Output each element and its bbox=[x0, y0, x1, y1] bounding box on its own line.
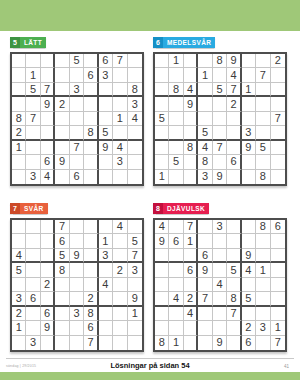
sudoku-cell[interactable] bbox=[26, 141, 40, 155]
sudoku-cell[interactable]: 1 bbox=[242, 83, 256, 97]
sudoku-cell[interactable] bbox=[184, 336, 198, 350]
sudoku-cell[interactable] bbox=[12, 336, 26, 350]
sudoku-cell[interactable] bbox=[84, 234, 98, 248]
sudoku-cell[interactable] bbox=[198, 321, 212, 335]
sudoku-cell[interactable]: 3 bbox=[99, 249, 113, 263]
sudoku-cell[interactable] bbox=[55, 54, 69, 68]
sudoku-cell[interactable] bbox=[128, 170, 142, 184]
sudoku-cell[interactable] bbox=[70, 278, 84, 292]
sudoku-cell[interactable] bbox=[155, 321, 169, 335]
sudoku-cell[interactable] bbox=[271, 170, 285, 184]
sudoku-cell[interactable]: 3 bbox=[26, 336, 40, 350]
sudoku-cell[interactable]: 4 bbox=[41, 170, 55, 184]
sudoku-cell[interactable]: 7 bbox=[184, 220, 198, 234]
sudoku-cell[interactable] bbox=[70, 112, 84, 126]
sudoku-cell[interactable] bbox=[198, 83, 212, 97]
sudoku-cell[interactable]: 4 bbox=[213, 278, 227, 292]
sudoku-cell[interactable]: 3 bbox=[70, 307, 84, 321]
sudoku-cell[interactable]: 7 bbox=[55, 220, 69, 234]
sudoku-cell[interactable] bbox=[242, 112, 256, 126]
sudoku-cell[interactable] bbox=[169, 220, 183, 234]
sudoku-cell[interactable]: 3 bbox=[70, 83, 84, 97]
sudoku-cell[interactable] bbox=[256, 112, 270, 126]
sudoku-cell[interactable] bbox=[227, 141, 241, 155]
sudoku-cell[interactable] bbox=[198, 336, 212, 350]
sudoku-cell[interactable] bbox=[155, 126, 169, 140]
sudoku-cell[interactable]: 4 bbox=[184, 83, 198, 97]
sudoku-cell[interactable] bbox=[99, 292, 113, 306]
sudoku-cell[interactable]: 2 bbox=[227, 97, 241, 111]
sudoku-cell[interactable]: 6 bbox=[198, 249, 212, 263]
sudoku-cell[interactable]: 5 bbox=[227, 263, 241, 277]
sudoku-cell[interactable] bbox=[84, 155, 98, 169]
sudoku-cell[interactable] bbox=[128, 68, 142, 82]
sudoku-cell[interactable] bbox=[213, 68, 227, 82]
sudoku-cell[interactable] bbox=[99, 97, 113, 111]
sudoku-cell[interactable] bbox=[213, 263, 227, 277]
sudoku-cell[interactable]: 6 bbox=[271, 220, 285, 234]
sudoku-cell[interactable]: 4 bbox=[12, 249, 26, 263]
sudoku-cell[interactable]: 2 bbox=[271, 54, 285, 68]
sudoku-cell[interactable] bbox=[12, 54, 26, 68]
sudoku-cell[interactable] bbox=[113, 292, 127, 306]
sudoku-cell[interactable] bbox=[155, 68, 169, 82]
sudoku-cell[interactable] bbox=[213, 307, 227, 321]
sudoku-cell[interactable]: 4 bbox=[242, 263, 256, 277]
sudoku-cell[interactable] bbox=[41, 54, 55, 68]
sudoku-cell[interactable]: 7 bbox=[256, 68, 270, 82]
sudoku-cell[interactable] bbox=[256, 292, 270, 306]
sudoku-cell[interactable]: 6 bbox=[84, 321, 98, 335]
sudoku-cell[interactable]: 6 bbox=[184, 263, 198, 277]
sudoku-cell[interactable]: 7 bbox=[198, 292, 212, 306]
sudoku-cell[interactable] bbox=[213, 155, 227, 169]
sudoku-cell[interactable]: 4 bbox=[99, 278, 113, 292]
sudoku-cell[interactable] bbox=[184, 155, 198, 169]
sudoku-cell[interactable]: 8 bbox=[256, 220, 270, 234]
sudoku-cell[interactable] bbox=[271, 126, 285, 140]
sudoku-cell[interactable]: 3 bbox=[128, 263, 142, 277]
sudoku-cell[interactable]: 7 bbox=[113, 54, 127, 68]
sudoku-cell[interactable] bbox=[227, 278, 241, 292]
sudoku-cell[interactable]: 9 bbox=[41, 321, 55, 335]
sudoku-cell[interactable] bbox=[99, 321, 113, 335]
sudoku-cell[interactable]: 3 bbox=[242, 126, 256, 140]
sudoku-cell[interactable] bbox=[256, 249, 270, 263]
sudoku-cell[interactable] bbox=[184, 249, 198, 263]
sudoku-cell[interactable] bbox=[198, 278, 212, 292]
sudoku-cell[interactable] bbox=[169, 126, 183, 140]
sudoku-cell[interactable] bbox=[99, 112, 113, 126]
sudoku-cell[interactable] bbox=[41, 234, 55, 248]
sudoku-cell[interactable] bbox=[169, 141, 183, 155]
sudoku-cell[interactable] bbox=[184, 68, 198, 82]
sudoku-cell[interactable]: 7 bbox=[227, 83, 241, 97]
sudoku-cell[interactable]: 5 bbox=[26, 83, 40, 97]
sudoku-cell[interactable] bbox=[128, 336, 142, 350]
sudoku-cell[interactable] bbox=[55, 292, 69, 306]
sudoku-cell[interactable] bbox=[113, 307, 127, 321]
sudoku-cell[interactable] bbox=[198, 234, 212, 248]
sudoku-cell[interactable]: 3 bbox=[26, 170, 40, 184]
sudoku-cell[interactable]: 6 bbox=[169, 234, 183, 248]
sudoku-cell[interactable] bbox=[84, 83, 98, 97]
sudoku-cell[interactable] bbox=[99, 307, 113, 321]
sudoku-cell[interactable] bbox=[84, 112, 98, 126]
sudoku-cell[interactable] bbox=[41, 141, 55, 155]
sudoku-cell[interactable] bbox=[242, 220, 256, 234]
sudoku-cell[interactable] bbox=[242, 97, 256, 111]
sudoku-cell[interactable] bbox=[256, 83, 270, 97]
sudoku-cell[interactable] bbox=[184, 112, 198, 126]
sudoku-cell[interactable] bbox=[70, 336, 84, 350]
sudoku-cell[interactable]: 2 bbox=[184, 292, 198, 306]
sudoku-cell[interactable] bbox=[55, 321, 69, 335]
sudoku-cell[interactable]: 8 bbox=[84, 126, 98, 140]
sudoku-cell[interactable]: 8 bbox=[184, 141, 198, 155]
sudoku-cell[interactable] bbox=[99, 155, 113, 169]
sudoku-cell[interactable]: 7 bbox=[70, 141, 84, 155]
sudoku-cell[interactable] bbox=[12, 83, 26, 97]
sudoku-cell[interactable]: 9 bbox=[55, 155, 69, 169]
sudoku-cell[interactable] bbox=[55, 68, 69, 82]
sudoku-cell[interactable] bbox=[242, 68, 256, 82]
sudoku-cell[interactable] bbox=[84, 278, 98, 292]
sudoku-cell[interactable] bbox=[99, 170, 113, 184]
sudoku-cell[interactable]: 9 bbox=[242, 141, 256, 155]
sudoku-cell[interactable] bbox=[12, 68, 26, 82]
sudoku-cell[interactable] bbox=[55, 126, 69, 140]
sudoku-cell[interactable] bbox=[113, 336, 127, 350]
sudoku-cell[interactable] bbox=[184, 278, 198, 292]
sudoku-cell[interactable] bbox=[256, 155, 270, 169]
sudoku-cell[interactable]: 9 bbox=[99, 141, 113, 155]
sudoku-cell[interactable]: 2 bbox=[113, 263, 127, 277]
sudoku-cell[interactable]: 9 bbox=[128, 292, 142, 306]
sudoku-cell[interactable] bbox=[84, 141, 98, 155]
sudoku-cell[interactable]: 3 bbox=[213, 220, 227, 234]
sudoku-cell[interactable]: 8 bbox=[155, 336, 169, 350]
sudoku-cell[interactable] bbox=[113, 126, 127, 140]
sudoku-cell[interactable] bbox=[113, 68, 127, 82]
sudoku-cell[interactable]: 1 bbox=[128, 307, 142, 321]
sudoku-cell[interactable] bbox=[184, 321, 198, 335]
sudoku-cell[interactable]: 3 bbox=[198, 170, 212, 184]
sudoku-cell[interactable] bbox=[26, 220, 40, 234]
sudoku-cell[interactable] bbox=[26, 54, 40, 68]
sudoku-cell[interactable]: 2 bbox=[84, 292, 98, 306]
sudoku-cell[interactable] bbox=[113, 249, 127, 263]
sudoku-cell[interactable]: 4 bbox=[155, 220, 169, 234]
sudoku-cell[interactable]: 7 bbox=[128, 249, 142, 263]
sudoku-cell[interactable]: 4 bbox=[113, 220, 127, 234]
sudoku-cell[interactable]: 1 bbox=[271, 321, 285, 335]
sudoku-cell[interactable] bbox=[256, 278, 270, 292]
sudoku-cell[interactable] bbox=[12, 220, 26, 234]
sudoku-cell[interactable] bbox=[227, 249, 241, 263]
sudoku-cell[interactable] bbox=[55, 307, 69, 321]
sudoku-cell[interactable]: 5 bbox=[198, 126, 212, 140]
sudoku-cell[interactable] bbox=[169, 68, 183, 82]
sudoku-cell[interactable]: 6 bbox=[26, 292, 40, 306]
sudoku-cell[interactable] bbox=[26, 126, 40, 140]
sudoku-cell[interactable] bbox=[99, 83, 113, 97]
sudoku-cell[interactable] bbox=[169, 307, 183, 321]
sudoku-cell[interactable] bbox=[99, 263, 113, 277]
sudoku-cell[interactable] bbox=[84, 54, 98, 68]
sudoku-cell[interactable] bbox=[227, 170, 241, 184]
sudoku-cell[interactable] bbox=[70, 97, 84, 111]
sudoku-cell[interactable] bbox=[128, 220, 142, 234]
sudoku-cell[interactable]: 8 bbox=[169, 83, 183, 97]
sudoku-cell[interactable] bbox=[41, 249, 55, 263]
sudoku-cell[interactable] bbox=[70, 292, 84, 306]
sudoku-cell[interactable] bbox=[198, 54, 212, 68]
sudoku-cell[interactable] bbox=[155, 307, 169, 321]
sudoku-cell[interactable] bbox=[213, 234, 227, 248]
sudoku-cell[interactable] bbox=[41, 336, 55, 350]
sudoku-cell[interactable] bbox=[26, 97, 40, 111]
sudoku-cell[interactable]: 9 bbox=[227, 54, 241, 68]
sudoku-cell[interactable] bbox=[84, 249, 98, 263]
sudoku-cell[interactable] bbox=[227, 220, 241, 234]
sudoku-cell[interactable]: 1 bbox=[12, 321, 26, 335]
sudoku-cell[interactable] bbox=[227, 112, 241, 126]
sudoku-cell[interactable] bbox=[84, 220, 98, 234]
sudoku-cell[interactable]: 1 bbox=[169, 54, 183, 68]
sudoku-cell[interactable] bbox=[113, 83, 127, 97]
sudoku-cell[interactable] bbox=[155, 97, 169, 111]
sudoku-cell[interactable] bbox=[256, 234, 270, 248]
sudoku-cell[interactable] bbox=[169, 112, 183, 126]
sudoku-cell[interactable]: 5 bbox=[99, 126, 113, 140]
sudoku-cell[interactable] bbox=[242, 234, 256, 248]
sudoku-cell[interactable]: 9 bbox=[213, 336, 227, 350]
sudoku-cell[interactable]: 1 bbox=[155, 170, 169, 184]
sudoku-cell[interactable]: 4 bbox=[227, 68, 241, 82]
sudoku-cell[interactable]: 5 bbox=[55, 249, 69, 263]
sudoku-cell[interactable] bbox=[12, 155, 26, 169]
sudoku-cell[interactable]: 6 bbox=[41, 307, 55, 321]
sudoku-cell[interactable] bbox=[271, 249, 285, 263]
sudoku-cell[interactable] bbox=[256, 126, 270, 140]
sudoku-cell[interactable]: 5 bbox=[169, 155, 183, 169]
sudoku-cell[interactable] bbox=[198, 112, 212, 126]
sudoku-cell[interactable] bbox=[55, 170, 69, 184]
sudoku-cell[interactable] bbox=[213, 249, 227, 263]
sudoku-cell[interactable] bbox=[242, 170, 256, 184]
sudoku-cell[interactable]: 3 bbox=[256, 321, 270, 335]
sudoku-cell[interactable] bbox=[113, 234, 127, 248]
sudoku-cell[interactable] bbox=[70, 263, 84, 277]
sudoku-cell[interactable] bbox=[271, 83, 285, 97]
sudoku-cell[interactable] bbox=[41, 112, 55, 126]
sudoku-cell[interactable] bbox=[227, 336, 241, 350]
sudoku-cell[interactable]: 2 bbox=[242, 321, 256, 335]
sudoku-cell[interactable] bbox=[242, 155, 256, 169]
sudoku-cell[interactable] bbox=[256, 336, 270, 350]
sudoku-cell[interactable]: 9 bbox=[41, 97, 55, 111]
sudoku-cell[interactable] bbox=[213, 321, 227, 335]
sudoku-cell[interactable]: 1 bbox=[169, 336, 183, 350]
sudoku-cell[interactable]: 7 bbox=[227, 307, 241, 321]
sudoku-cell[interactable] bbox=[198, 97, 212, 111]
sudoku-cell[interactable]: 1 bbox=[113, 112, 127, 126]
sudoku-cell[interactable]: 6 bbox=[242, 336, 256, 350]
sudoku-cell[interactable] bbox=[113, 97, 127, 111]
sudoku-cell[interactable]: 4 bbox=[128, 112, 142, 126]
sudoku-cell[interactable] bbox=[99, 336, 113, 350]
sudoku-cell[interactable] bbox=[242, 54, 256, 68]
sudoku-cell[interactable] bbox=[84, 170, 98, 184]
sudoku-cell[interactable] bbox=[70, 234, 84, 248]
sudoku-cell[interactable] bbox=[184, 126, 198, 140]
sudoku-cell[interactable]: 8 bbox=[55, 263, 69, 277]
sudoku-cell[interactable] bbox=[169, 321, 183, 335]
sudoku-cell[interactable] bbox=[113, 170, 127, 184]
sudoku-cell[interactable] bbox=[55, 112, 69, 126]
sudoku-cell[interactable] bbox=[70, 321, 84, 335]
sudoku-cell[interactable] bbox=[128, 54, 142, 68]
sudoku-cell[interactable]: 9 bbox=[70, 249, 84, 263]
sudoku-cell[interactable]: 6 bbox=[70, 170, 84, 184]
sudoku-cell[interactable] bbox=[227, 321, 241, 335]
sudoku-cell[interactable]: 9 bbox=[155, 234, 169, 248]
sudoku-cell[interactable] bbox=[55, 141, 69, 155]
sudoku-cell[interactable]: 7 bbox=[41, 83, 55, 97]
sudoku-cell[interactable]: 4 bbox=[113, 141, 127, 155]
sudoku-cell[interactable] bbox=[271, 97, 285, 111]
sudoku-cell[interactable]: 8 bbox=[84, 307, 98, 321]
sudoku-cell[interactable] bbox=[128, 126, 142, 140]
sudoku-cell[interactable]: 8 bbox=[128, 83, 142, 97]
sudoku-cell[interactable] bbox=[26, 321, 40, 335]
sudoku-cell[interactable] bbox=[242, 278, 256, 292]
sudoku-cell[interactable] bbox=[55, 336, 69, 350]
sudoku-cell[interactable]: 6 bbox=[99, 54, 113, 68]
sudoku-cell[interactable]: 2 bbox=[41, 278, 55, 292]
sudoku-cell[interactable]: 8 bbox=[12, 112, 26, 126]
sudoku-cell[interactable] bbox=[213, 126, 227, 140]
sudoku-cell[interactable]: 8 bbox=[227, 292, 241, 306]
sudoku-cell[interactable]: 7 bbox=[271, 112, 285, 126]
sudoku-cell[interactable] bbox=[128, 155, 142, 169]
sudoku-cell[interactable] bbox=[198, 307, 212, 321]
sudoku-cell[interactable] bbox=[113, 321, 127, 335]
sudoku-cell[interactable] bbox=[26, 234, 40, 248]
sudoku-cell[interactable]: 1 bbox=[256, 263, 270, 277]
sudoku-cell[interactable]: 7 bbox=[26, 112, 40, 126]
sudoku-cell[interactable] bbox=[26, 155, 40, 169]
sudoku-cell[interactable]: 5 bbox=[155, 112, 169, 126]
sudoku-cell[interactable]: 9 bbox=[184, 97, 198, 111]
sudoku-cell[interactable]: 5 bbox=[242, 292, 256, 306]
sudoku-cell[interactable] bbox=[12, 170, 26, 184]
sudoku-cell[interactable]: 9 bbox=[242, 249, 256, 263]
sudoku-cell[interactable]: 7 bbox=[271, 336, 285, 350]
sudoku-cell[interactable] bbox=[242, 307, 256, 321]
sudoku-cell[interactable]: 8 bbox=[198, 155, 212, 169]
sudoku-cell[interactable]: 4 bbox=[169, 292, 183, 306]
sudoku-cell[interactable] bbox=[41, 126, 55, 140]
sudoku-cell[interactable] bbox=[169, 97, 183, 111]
sudoku-cell[interactable]: 5 bbox=[256, 141, 270, 155]
sudoku-cell[interactable]: 2 bbox=[12, 307, 26, 321]
sudoku-cell[interactable] bbox=[128, 141, 142, 155]
sudoku-cell[interactable] bbox=[41, 220, 55, 234]
sudoku-cell[interactable] bbox=[271, 292, 285, 306]
sudoku-cell[interactable] bbox=[271, 263, 285, 277]
sudoku-cell[interactable]: 5 bbox=[213, 83, 227, 97]
sudoku-cell[interactable] bbox=[169, 278, 183, 292]
sudoku-cell[interactable] bbox=[155, 54, 169, 68]
sudoku-cell[interactable]: 2 bbox=[12, 126, 26, 140]
sudoku-cell[interactable] bbox=[271, 141, 285, 155]
sudoku-cell[interactable]: 1 bbox=[12, 141, 26, 155]
sudoku-cell[interactable]: 3 bbox=[113, 155, 127, 169]
sudoku-cell[interactable] bbox=[55, 278, 69, 292]
sudoku-cell[interactable] bbox=[155, 155, 169, 169]
sudoku-cell[interactable]: 3 bbox=[128, 97, 142, 111]
sudoku-cell[interactable] bbox=[84, 263, 98, 277]
sudoku-cell[interactable] bbox=[12, 234, 26, 248]
sudoku-cell[interactable] bbox=[198, 220, 212, 234]
sudoku-cell[interactable]: 5 bbox=[128, 234, 142, 248]
sudoku-cell[interactable]: 5 bbox=[12, 263, 26, 277]
sudoku-cell[interactable] bbox=[155, 141, 169, 155]
sudoku-cell[interactable] bbox=[184, 170, 198, 184]
sudoku-cell[interactable] bbox=[271, 307, 285, 321]
sudoku-cell[interactable] bbox=[271, 155, 285, 169]
sudoku-cell[interactable] bbox=[169, 170, 183, 184]
sudoku-cell[interactable] bbox=[256, 97, 270, 111]
sudoku-cell[interactable] bbox=[26, 307, 40, 321]
sudoku-cell[interactable] bbox=[213, 97, 227, 111]
sudoku-cell[interactable] bbox=[26, 249, 40, 263]
sudoku-cell[interactable] bbox=[155, 249, 169, 263]
sudoku-cell[interactable]: 5 bbox=[70, 54, 84, 68]
sudoku-cell[interactable] bbox=[26, 278, 40, 292]
sudoku-cell[interactable] bbox=[271, 278, 285, 292]
sudoku-cell[interactable] bbox=[26, 263, 40, 277]
sudoku-cell[interactable]: 6 bbox=[55, 234, 69, 248]
sudoku-cell[interactable] bbox=[155, 83, 169, 97]
sudoku-cell[interactable] bbox=[128, 278, 142, 292]
sudoku-cell[interactable] bbox=[41, 263, 55, 277]
sudoku-cell[interactable] bbox=[256, 54, 270, 68]
sudoku-cell[interactable]: 2 bbox=[55, 97, 69, 111]
sudoku-cell[interactable] bbox=[113, 278, 127, 292]
sudoku-cell[interactable] bbox=[155, 292, 169, 306]
sudoku-cell[interactable] bbox=[12, 278, 26, 292]
sudoku-cell[interactable]: 6 bbox=[41, 155, 55, 169]
sudoku-cell[interactable] bbox=[41, 292, 55, 306]
sudoku-cell[interactable] bbox=[70, 220, 84, 234]
sudoku-cell[interactable]: 7 bbox=[84, 336, 98, 350]
sudoku-cell[interactable]: 8 bbox=[213, 54, 227, 68]
sudoku-cell[interactable]: 4 bbox=[198, 141, 212, 155]
sudoku-cell[interactable] bbox=[227, 234, 241, 248]
sudoku-cell[interactable] bbox=[99, 220, 113, 234]
sudoku-cell[interactable] bbox=[155, 278, 169, 292]
sudoku-cell[interactable] bbox=[169, 249, 183, 263]
sudoku-cell[interactable]: 8 bbox=[256, 170, 270, 184]
sudoku-cell[interactable] bbox=[128, 321, 142, 335]
sudoku-cell[interactable] bbox=[155, 263, 169, 277]
sudoku-cell[interactable] bbox=[84, 97, 98, 111]
sudoku-cell[interactable]: 9 bbox=[198, 263, 212, 277]
sudoku-cell[interactable] bbox=[70, 68, 84, 82]
